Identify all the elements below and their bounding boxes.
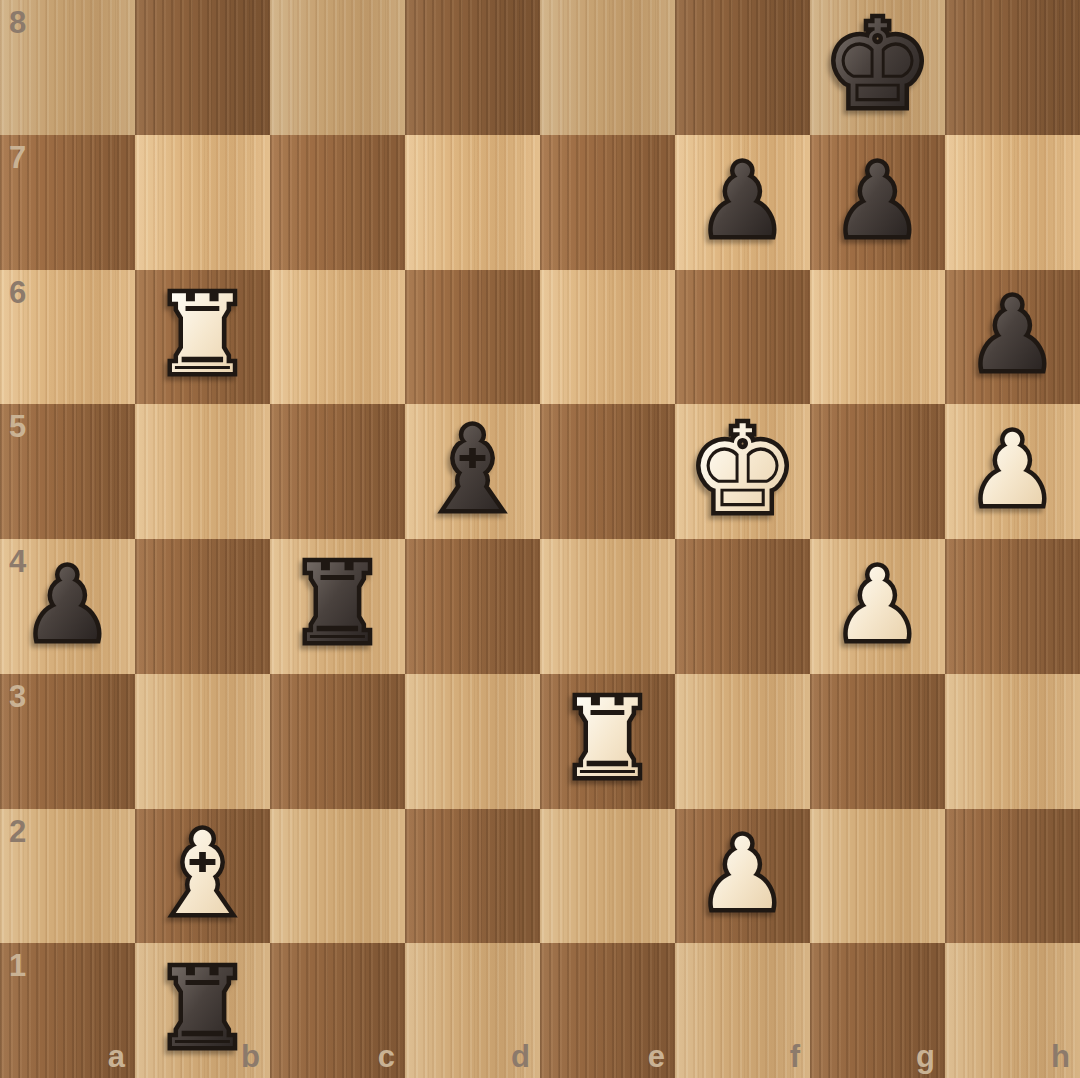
rook-glyph-fill: ♜	[154, 281, 251, 389]
square-f6[interactable]	[675, 270, 810, 405]
square-wood-texture	[540, 135, 675, 270]
pawn-glyph-fill: ♟	[833, 555, 922, 654]
square-wood-texture	[810, 404, 945, 539]
square-d6[interactable]	[405, 270, 540, 405]
square-e2[interactable]	[540, 809, 675, 944]
file-label-h: h	[1051, 1041, 1070, 1072]
file-label-g: g	[916, 1041, 935, 1072]
square-wood-texture	[675, 674, 810, 809]
square-b1[interactable]: b♜♜	[135, 943, 270, 1078]
square-wood-texture	[540, 404, 675, 539]
square-f5[interactable]: ♚♚	[675, 404, 810, 539]
pawn-glyph-fill: ♟	[698, 151, 787, 250]
square-wood-texture	[675, 0, 810, 135]
square-a2[interactable]: 2	[0, 809, 135, 944]
square-d7[interactable]	[405, 135, 540, 270]
square-b4[interactable]	[135, 539, 270, 674]
square-f7[interactable]: ♟♟	[675, 135, 810, 270]
square-wood-texture	[810, 809, 945, 944]
piece-black-pawn-g7[interactable]: ♟♟	[833, 151, 922, 250]
piece-white-pawn-f2[interactable]: ♟♟	[698, 824, 787, 923]
pawn-glyph-fill: ♟	[698, 824, 787, 923]
pawn-glyph-fill: ♟	[968, 285, 1057, 384]
piece-white-rook-e3[interactable]: ♜♜	[559, 685, 656, 793]
square-h2[interactable]	[945, 809, 1080, 944]
square-wood-texture	[540, 0, 675, 135]
square-g8[interactable]: ♚♚	[810, 0, 945, 135]
square-h4[interactable]	[945, 539, 1080, 674]
square-c2[interactable]	[270, 809, 405, 944]
square-e4[interactable]	[540, 539, 675, 674]
king-glyph-fill: ♚	[824, 5, 932, 125]
square-d1[interactable]: d	[405, 943, 540, 1078]
square-wood-texture	[945, 0, 1080, 135]
rank-label-6: 6	[9, 277, 26, 308]
bishop-glyph-fill: ♝	[421, 413, 523, 527]
rook-glyph-fill: ♜	[559, 685, 656, 793]
rook-glyph-fill: ♜	[154, 955, 251, 1063]
square-f2[interactable]: ♟♟	[675, 809, 810, 944]
square-a6[interactable]: 6	[0, 270, 135, 405]
square-c6[interactable]	[270, 270, 405, 405]
square-wood-texture	[945, 539, 1080, 674]
square-c3[interactable]	[270, 674, 405, 809]
bishop-glyph-fill: ♝	[151, 817, 253, 931]
square-wood-texture	[540, 809, 675, 944]
piece-black-pawn-h6[interactable]: ♟♟	[968, 285, 1057, 384]
square-e6[interactable]	[540, 270, 675, 405]
square-h1[interactable]: h	[945, 943, 1080, 1078]
piece-black-bishop-d5[interactable]: ♝♝	[421, 413, 523, 527]
pawn-glyph-fill: ♟	[23, 555, 112, 654]
square-wood-texture	[945, 135, 1080, 270]
rank-label-2: 2	[9, 816, 26, 847]
piece-white-king-f5[interactable]: ♚♚	[689, 410, 797, 530]
square-g5[interactable]	[810, 404, 945, 539]
square-wood-texture	[945, 809, 1080, 944]
square-d2[interactable]	[405, 809, 540, 944]
square-wood-texture	[135, 404, 270, 539]
square-b8[interactable]	[135, 0, 270, 135]
square-g1[interactable]: g	[810, 943, 945, 1078]
square-d4[interactable]	[405, 539, 540, 674]
square-b5[interactable]	[135, 404, 270, 539]
piece-black-pawn-a4[interactable]: ♟♟	[23, 555, 112, 654]
square-a5[interactable]: 5	[0, 404, 135, 539]
piece-black-rook-c4[interactable]: ♜♜	[289, 550, 386, 658]
square-wood-texture	[135, 539, 270, 674]
square-wood-texture	[540, 539, 675, 674]
square-wood-texture	[135, 135, 270, 270]
square-wood-texture	[270, 404, 405, 539]
square-b3[interactable]	[135, 674, 270, 809]
square-wood-texture	[675, 539, 810, 674]
square-b7[interactable]	[135, 135, 270, 270]
square-wood-texture	[270, 809, 405, 944]
piece-white-bishop-b2[interactable]: ♝♝	[151, 817, 253, 931]
piece-black-pawn-f7[interactable]: ♟♟	[698, 151, 787, 250]
square-wood-texture	[405, 270, 540, 405]
square-g4[interactable]: ♟♟	[810, 539, 945, 674]
square-h7[interactable]	[945, 135, 1080, 270]
square-wood-texture	[270, 135, 405, 270]
square-wood-texture	[945, 674, 1080, 809]
square-a8[interactable]: 8	[0, 0, 135, 135]
square-g3[interactable]	[810, 674, 945, 809]
piece-white-pawn-h5[interactable]: ♟♟	[968, 420, 1057, 519]
rank-label-5: 5	[9, 411, 26, 442]
square-f3[interactable]	[675, 674, 810, 809]
square-wood-texture	[135, 674, 270, 809]
square-h3[interactable]	[945, 674, 1080, 809]
square-a4[interactable]: 4♟♟	[0, 539, 135, 674]
square-c1[interactable]: c	[270, 943, 405, 1078]
square-e3[interactable]: ♜♜	[540, 674, 675, 809]
square-d5[interactable]: ♝♝	[405, 404, 540, 539]
square-g2[interactable]	[810, 809, 945, 944]
square-a7[interactable]: 7	[0, 135, 135, 270]
square-e5[interactable]	[540, 404, 675, 539]
square-d8[interactable]	[405, 0, 540, 135]
square-wood-texture	[540, 270, 675, 405]
file-label-b: b	[241, 1041, 260, 1072]
king-glyph-fill: ♚	[689, 410, 797, 530]
square-wood-texture	[405, 0, 540, 135]
rank-label-7: 7	[9, 142, 26, 173]
square-c7[interactable]	[270, 135, 405, 270]
square-e7[interactable]	[540, 135, 675, 270]
square-wood-texture	[675, 270, 810, 405]
square-wood-texture	[270, 0, 405, 135]
piece-white-pawn-g4[interactable]: ♟♟	[833, 555, 922, 654]
file-label-d: d	[511, 1041, 530, 1072]
square-g7[interactable]: ♟♟	[810, 135, 945, 270]
square-g6[interactable]	[810, 270, 945, 405]
square-wood-texture	[270, 270, 405, 405]
rank-label-4: 4	[9, 546, 26, 577]
square-f8[interactable]	[675, 0, 810, 135]
square-h6[interactable]: ♟♟	[945, 270, 1080, 405]
square-c5[interactable]	[270, 404, 405, 539]
square-wood-texture	[405, 674, 540, 809]
square-f1[interactable]: f	[675, 943, 810, 1078]
pawn-glyph-fill: ♟	[833, 151, 922, 250]
piece-black-king-g8[interactable]: ♚♚	[824, 5, 932, 125]
square-d3[interactable]	[405, 674, 540, 809]
rank-label-3: 3	[9, 681, 26, 712]
square-a3[interactable]: 3	[0, 674, 135, 809]
square-wood-texture	[135, 0, 270, 135]
piece-black-rook-b1[interactable]: ♜♜	[154, 955, 251, 1063]
square-e1[interactable]: e	[540, 943, 675, 1078]
chess-board: 8♚♚7♟♟♟♟6♜♜♟♟5♝♝♚♚♟♟4♟♟♜♜♟♟3♜♜2♝♝♟♟1ab♜♜…	[0, 0, 1080, 1078]
piece-white-rook-b6[interactable]: ♜♜	[154, 281, 251, 389]
square-c8[interactable]	[270, 0, 405, 135]
rank-label-1: 1	[9, 950, 26, 981]
pawn-glyph-fill: ♟	[968, 420, 1057, 519]
square-wood-texture	[810, 270, 945, 405]
square-f4[interactable]	[675, 539, 810, 674]
square-c4[interactable]: ♜♜	[270, 539, 405, 674]
file-label-f: f	[790, 1041, 800, 1072]
square-h8[interactable]	[945, 0, 1080, 135]
square-b2[interactable]: ♝♝	[135, 809, 270, 944]
file-label-a: a	[108, 1041, 125, 1072]
square-wood-texture	[405, 135, 540, 270]
square-wood-texture	[810, 674, 945, 809]
rook-glyph-fill: ♜	[289, 550, 386, 658]
square-wood-texture	[270, 674, 405, 809]
square-wood-texture	[405, 539, 540, 674]
square-h5[interactable]: ♟♟	[945, 404, 1080, 539]
square-a1[interactable]: 1a	[0, 943, 135, 1078]
square-e8[interactable]	[540, 0, 675, 135]
file-label-e: e	[648, 1041, 665, 1072]
square-wood-texture	[405, 809, 540, 944]
file-label-c: c	[378, 1041, 395, 1072]
rank-label-8: 8	[9, 7, 26, 38]
square-b6[interactable]: ♜♜	[135, 270, 270, 405]
